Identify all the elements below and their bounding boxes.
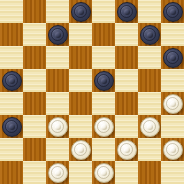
square-g7[interactable] (138, 23, 161, 46)
square-e5[interactable] (92, 69, 115, 92)
square-g4[interactable] (138, 92, 161, 115)
white-piece[interactable] (94, 117, 114, 137)
square-a5[interactable] (0, 69, 23, 92)
square-a3[interactable] (0, 115, 23, 138)
square-e7[interactable] (92, 23, 115, 46)
square-b8[interactable] (23, 0, 46, 23)
white-piece[interactable] (117, 140, 137, 160)
square-h3[interactable] (161, 115, 184, 138)
square-b6[interactable] (23, 46, 46, 69)
square-g3[interactable] (138, 115, 161, 138)
black-piece[interactable] (71, 2, 91, 22)
square-d4[interactable] (69, 92, 92, 115)
square-c2[interactable] (46, 138, 69, 161)
square-a1[interactable] (0, 161, 23, 184)
square-c8[interactable] (46, 0, 69, 23)
square-a4[interactable] (0, 92, 23, 115)
square-e4[interactable] (92, 92, 115, 115)
square-c3[interactable] (46, 115, 69, 138)
square-c6[interactable] (46, 46, 69, 69)
square-f8[interactable] (115, 0, 138, 23)
white-piece[interactable] (94, 163, 114, 183)
square-a6[interactable] (0, 46, 23, 69)
square-g6[interactable] (138, 46, 161, 69)
square-g2[interactable] (138, 138, 161, 161)
white-piece[interactable] (48, 163, 68, 183)
black-piece[interactable] (2, 117, 22, 137)
square-a2[interactable] (0, 138, 23, 161)
square-b2[interactable] (23, 138, 46, 161)
black-piece[interactable] (94, 71, 114, 91)
square-d5[interactable] (69, 69, 92, 92)
square-f4[interactable] (115, 92, 138, 115)
white-piece[interactable] (48, 117, 68, 137)
square-h2[interactable] (161, 138, 184, 161)
square-f2[interactable] (115, 138, 138, 161)
square-a8[interactable] (0, 0, 23, 23)
black-piece[interactable] (163, 2, 183, 22)
square-h6[interactable] (161, 46, 184, 69)
black-piece[interactable] (140, 25, 160, 45)
square-b5[interactable] (23, 69, 46, 92)
square-e8[interactable] (92, 0, 115, 23)
square-b1[interactable] (23, 161, 46, 184)
black-piece[interactable] (48, 25, 68, 45)
square-d3[interactable] (69, 115, 92, 138)
square-a7[interactable] (0, 23, 23, 46)
square-d6[interactable] (69, 46, 92, 69)
square-g1[interactable] (138, 161, 161, 184)
square-c1[interactable] (46, 161, 69, 184)
square-h1[interactable] (161, 161, 184, 184)
square-e6[interactable] (92, 46, 115, 69)
square-f7[interactable] (115, 23, 138, 46)
square-h8[interactable] (161, 0, 184, 23)
square-b7[interactable] (23, 23, 46, 46)
square-g5[interactable] (138, 69, 161, 92)
black-piece[interactable] (117, 2, 137, 22)
white-piece[interactable] (140, 117, 160, 137)
checkers-board (0, 0, 184, 184)
square-e2[interactable] (92, 138, 115, 161)
white-piece[interactable] (71, 140, 91, 160)
square-g8[interactable] (138, 0, 161, 23)
square-h5[interactable] (161, 69, 184, 92)
square-c7[interactable] (46, 23, 69, 46)
square-d7[interactable] (69, 23, 92, 46)
square-d1[interactable] (69, 161, 92, 184)
white-piece[interactable] (163, 94, 183, 114)
square-e3[interactable] (92, 115, 115, 138)
black-piece[interactable] (2, 71, 22, 91)
square-f1[interactable] (115, 161, 138, 184)
white-piece[interactable] (163, 140, 183, 160)
square-f6[interactable] (115, 46, 138, 69)
square-c4[interactable] (46, 92, 69, 115)
square-f3[interactable] (115, 115, 138, 138)
black-piece[interactable] (163, 48, 183, 68)
square-b3[interactable] (23, 115, 46, 138)
square-d8[interactable] (69, 0, 92, 23)
square-f5[interactable] (115, 69, 138, 92)
square-d2[interactable] (69, 138, 92, 161)
square-b4[interactable] (23, 92, 46, 115)
square-e1[interactable] (92, 161, 115, 184)
square-c5[interactable] (46, 69, 69, 92)
square-h7[interactable] (161, 23, 184, 46)
square-h4[interactable] (161, 92, 184, 115)
